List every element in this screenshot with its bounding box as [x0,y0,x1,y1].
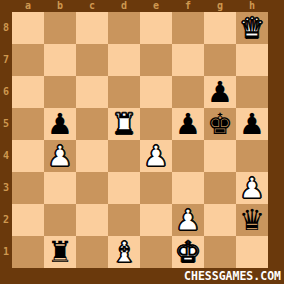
black-rook: ♜ [47,236,73,268]
file-label-e: e [140,0,172,12]
rank-label-7: 7 [0,44,12,76]
white-king: ♚ [175,236,201,268]
black-pawn: ♟ [175,108,201,140]
square-a8 [12,12,44,44]
file-label-d: d [108,0,140,12]
square-e4: ♟ [140,140,172,172]
square-e8 [140,12,172,44]
square-c6 [76,76,108,108]
square-c3 [76,172,108,204]
square-a6 [12,76,44,108]
white-bishop: ♝ [111,236,137,268]
square-e3 [140,172,172,204]
file-label-a: a [12,0,44,12]
square-b4: ♟ [44,140,76,172]
square-b1: ♜ [44,236,76,268]
rank-label-5: 5 [0,108,12,140]
square-f7 [172,44,204,76]
square-b2 [44,204,76,236]
square-e7 [140,44,172,76]
square-c1 [76,236,108,268]
rank-label-8: 8 [0,12,12,44]
square-g6: ♟ [204,76,236,108]
file-label-c: c [76,0,108,12]
file-label-b: b [44,0,76,12]
square-a5 [12,108,44,140]
square-d7 [108,44,140,76]
square-h1 [236,236,268,268]
square-f2: ♟ [172,204,204,236]
black-pawn: ♟ [47,108,73,140]
square-h2: ♛ [236,204,268,236]
square-e5 [140,108,172,140]
square-h3: ♟ [236,172,268,204]
square-g3 [204,172,236,204]
site-credit: CHESSGAMES.COM [184,269,281,283]
square-h7 [236,44,268,76]
square-b5: ♟ [44,108,76,140]
square-a2 [12,204,44,236]
square-h5: ♟ [236,108,268,140]
square-f4 [172,140,204,172]
square-d8 [108,12,140,44]
square-d3 [108,172,140,204]
square-g8 [204,12,236,44]
square-f6 [172,76,204,108]
white-rook: ♜ [111,108,137,140]
square-g4 [204,140,236,172]
rank-label-2: 2 [0,204,12,236]
square-a4 [12,140,44,172]
black-pawn: ♟ [239,108,265,140]
square-f8 [172,12,204,44]
square-c2 [76,204,108,236]
square-g1 [204,236,236,268]
square-f3 [172,172,204,204]
square-f5: ♟ [172,108,204,140]
rank-label-3: 3 [0,172,12,204]
square-a1 [12,236,44,268]
square-b3 [44,172,76,204]
square-h8: ♛ [236,12,268,44]
square-b7 [44,44,76,76]
square-e1 [140,236,172,268]
square-d1: ♝ [108,236,140,268]
white-pawn: ♟ [239,172,265,204]
rank-label-4: 4 [0,140,12,172]
square-c5 [76,108,108,140]
square-c4 [76,140,108,172]
white-pawn: ♟ [175,204,201,236]
file-label-f: f [172,0,204,12]
square-d4 [108,140,140,172]
rank-label-1: 1 [0,236,12,268]
square-e2 [140,204,172,236]
rank-label-6: 6 [0,76,12,108]
square-c7 [76,44,108,76]
file-label-g: g [204,0,236,12]
white-pawn: ♟ [143,140,169,172]
black-king: ♚ [207,108,233,140]
square-c8 [76,12,108,44]
white-pawn: ♟ [47,140,73,172]
chess-board: ♛♟♟♜♟♚♟♟♟♟♟♛♜♝♚ [12,12,268,268]
black-queen: ♛ [239,204,265,236]
square-a7 [12,44,44,76]
square-d2 [108,204,140,236]
square-f1: ♚ [172,236,204,268]
square-a3 [12,172,44,204]
square-g5: ♚ [204,108,236,140]
white-queen: ♛ [239,12,265,44]
square-h4 [236,140,268,172]
chess-diagram: abcdefgh 87654321 ♛♟♟♜♟♚♟♟♟♟♟♛♜♝♚ CHESSG… [0,0,284,284]
square-d6 [108,76,140,108]
square-b6 [44,76,76,108]
square-b8 [44,12,76,44]
square-g7 [204,44,236,76]
square-g2 [204,204,236,236]
square-e6 [140,76,172,108]
black-pawn: ♟ [207,76,233,108]
square-d5: ♜ [108,108,140,140]
square-h6 [236,76,268,108]
